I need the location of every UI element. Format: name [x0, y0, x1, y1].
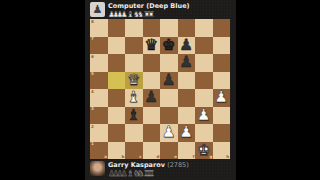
rank-label-2: 2 [91, 125, 94, 129]
top-captured-pieces: ♟♟♟♟ ♝ ♞♞ ♜♜ [108, 10, 190, 19]
file-label-c: c [140, 154, 142, 158]
file-label-f: f [193, 154, 195, 158]
square-h5[interactable] [213, 72, 231, 90]
square-a8[interactable]: 8 [90, 19, 108, 37]
white-pawn[interactable]: ♟ [178, 124, 196, 142]
rank-label-5: 5 [91, 72, 94, 76]
square-d8[interactable] [143, 19, 161, 37]
file-label-a: a [104, 154, 107, 158]
square-b3[interactable] [108, 107, 126, 125]
square-a1[interactable]: 1a [90, 142, 108, 160]
square-e1[interactable]: e [160, 142, 178, 160]
square-a6[interactable]: 6 [90, 54, 108, 72]
square-f3[interactable] [178, 107, 196, 125]
square-c4[interactable]: ♝ [125, 89, 143, 107]
square-b6[interactable] [108, 54, 126, 72]
square-f8[interactable] [178, 19, 196, 37]
rank-label-1: 1 [91, 142, 94, 146]
square-e3[interactable] [160, 107, 178, 125]
square-d6[interactable] [143, 54, 161, 72]
square-b2[interactable] [108, 124, 126, 142]
square-b1[interactable]: b [108, 142, 126, 160]
square-h7[interactable] [213, 37, 231, 55]
top-player-bar: ♟ Computer (Deep Blue) ♟♟♟♟ ♝ ♞♞ ♜♜ [85, 0, 236, 19]
square-d7[interactable]: ♛ [143, 37, 161, 55]
square-d1[interactable]: d [143, 142, 161, 160]
black-queen[interactable]: ♛ [143, 37, 161, 55]
square-e7[interactable]: ♚ [160, 37, 178, 55]
rank-label-7: 7 [91, 37, 94, 41]
white-bishop[interactable]: ♝ [125, 89, 143, 107]
square-h2[interactable] [213, 124, 231, 142]
rank-label-4: 4 [91, 90, 94, 94]
square-b8[interactable] [108, 19, 126, 37]
square-a3[interactable]: 3 [90, 107, 108, 125]
bottom-player-name-text: Garry Kasparov [108, 161, 165, 169]
square-b5[interactable] [108, 72, 126, 90]
square-c3[interactable]: ♝ [125, 107, 143, 125]
black-pawn[interactable]: ♟ [178, 54, 196, 72]
square-c6[interactable] [125, 54, 143, 72]
square-d3[interactable] [143, 107, 161, 125]
square-c2[interactable] [125, 124, 143, 142]
square-a2[interactable]: 2 [90, 124, 108, 142]
square-a7[interactable]: 7 [90, 37, 108, 55]
square-e4[interactable] [160, 89, 178, 107]
square-g7[interactable] [195, 37, 213, 55]
black-king[interactable]: ♚ [160, 37, 178, 55]
square-h1[interactable]: h [213, 142, 231, 160]
square-h4[interactable]: ♟ [213, 89, 231, 107]
file-label-b: b [122, 154, 125, 158]
bottom-captured-pieces: ♟♟♟♟ ♝ ♞♞ ♜♜ [108, 169, 189, 178]
square-a5[interactable]: 5 [90, 72, 108, 90]
square-h6[interactable] [213, 54, 231, 72]
black-pawn[interactable]: ♟ [160, 72, 178, 90]
square-f4[interactable] [178, 89, 196, 107]
rank-label-8: 8 [91, 20, 94, 24]
file-label-h: h [227, 154, 230, 158]
square-g1[interactable]: g♚ [195, 142, 213, 160]
computer-avatar: ♟ [90, 2, 105, 17]
white-queen[interactable]: ♛ [125, 72, 143, 90]
square-g3[interactable]: ♟ [195, 107, 213, 125]
file-label-g: g [209, 154, 212, 158]
white-pawn[interactable]: ♟ [195, 107, 213, 125]
top-player-name: Computer (Deep Blue) [108, 2, 190, 10]
square-f6[interactable]: ♟ [178, 54, 196, 72]
rank-label-3: 3 [91, 107, 94, 111]
square-f7[interactable]: ♟ [178, 37, 196, 55]
file-label-d: d [157, 154, 160, 158]
file-label-e: e [174, 154, 177, 158]
bottom-player-name: Garry Kasparov (2785) [108, 161, 189, 169]
computer-pawn-icon: ♟ [93, 2, 103, 17]
square-c1[interactable]: c [125, 142, 143, 160]
bottom-player-bar: Garry Kasparov (2785) ♟♟♟♟ ♝ ♞♞ ♜♜ [85, 159, 236, 178]
rank-label-6: 6 [91, 55, 94, 59]
square-e6[interactable] [160, 54, 178, 72]
square-g2[interactable] [195, 124, 213, 142]
square-g5[interactable] [195, 72, 213, 90]
square-g4[interactable] [195, 89, 213, 107]
square-d4[interactable]: ♟ [143, 89, 161, 107]
square-c7[interactable] [125, 37, 143, 55]
square-h3[interactable] [213, 107, 231, 125]
square-h8[interactable] [213, 19, 231, 37]
square-b7[interactable] [108, 37, 126, 55]
white-pawn[interactable]: ♟ [160, 124, 178, 142]
square-c5[interactable]: ♛ [125, 72, 143, 90]
chess-board[interactable]: 87♛♚♟6♟5♛♟4♝♟♟3♝♟2♟♟1abcdefg♚h [90, 19, 230, 159]
square-g6[interactable] [195, 54, 213, 72]
square-a4[interactable]: 4 [90, 89, 108, 107]
chess-app: ♟ Computer (Deep Blue) ♟♟♟♟ ♝ ♞♞ ♜♜ 87♛♚… [85, 0, 236, 180]
black-pawn[interactable]: ♟ [178, 37, 196, 55]
square-e8[interactable] [160, 19, 178, 37]
square-e2[interactable]: ♟ [160, 124, 178, 142]
black-bishop[interactable]: ♝ [125, 107, 143, 125]
black-pawn[interactable]: ♟ [143, 89, 161, 107]
square-g8[interactable] [195, 19, 213, 37]
square-e5[interactable]: ♟ [160, 72, 178, 90]
white-pawn[interactable]: ♟ [213, 89, 231, 107]
kasparov-avatar [90, 161, 105, 176]
bottom-player-rating: (2785) [167, 161, 189, 169]
square-d2[interactable] [143, 124, 161, 142]
square-f1[interactable]: f [178, 142, 196, 160]
square-c8[interactable] [125, 19, 143, 37]
square-f2[interactable]: ♟ [178, 124, 196, 142]
square-f5[interactable] [178, 72, 196, 90]
square-b4[interactable] [108, 89, 126, 107]
video-frame: ♟ Computer (Deep Blue) ♟♟♟♟ ♝ ♞♞ ♜♜ 87♛♚… [0, 0, 320, 180]
square-d5[interactable] [143, 72, 161, 90]
